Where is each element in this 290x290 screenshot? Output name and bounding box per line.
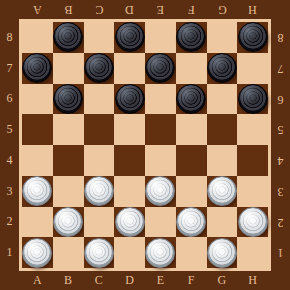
square-d2[interactable] [114, 207, 145, 238]
black-piece-f6[interactable] [176, 84, 206, 114]
file-label-d: D [114, 271, 145, 290]
square-a7[interactable] [22, 53, 53, 84]
square-d5 [114, 114, 145, 145]
rank-label-6: 6 [271, 84, 290, 115]
rank-label-2: 2 [0, 207, 19, 238]
square-a2 [22, 207, 53, 238]
white-piece-g1[interactable] [207, 238, 237, 268]
square-h8[interactable] [237, 22, 268, 53]
white-piece-c1[interactable] [84, 238, 114, 268]
rank-label-5: 5 [0, 114, 19, 145]
square-c6 [84, 84, 115, 115]
square-b1 [53, 237, 84, 268]
rank-label-3: 3 [271, 176, 290, 207]
square-e5[interactable] [145, 114, 176, 145]
black-piece-b6[interactable] [53, 84, 83, 114]
file-label-g: G [207, 271, 238, 290]
black-piece-f8[interactable] [176, 22, 206, 52]
square-e7[interactable] [145, 53, 176, 84]
square-g7[interactable] [207, 53, 238, 84]
square-a4 [22, 145, 53, 176]
square-b6[interactable] [53, 84, 84, 115]
square-f1 [176, 237, 207, 268]
rank-label-6: 6 [0, 84, 19, 115]
black-piece-d6[interactable] [115, 84, 145, 114]
square-d6[interactable] [114, 84, 145, 115]
square-b3 [53, 176, 84, 207]
square-h6[interactable] [237, 84, 268, 115]
file-label-d: D [114, 0, 145, 19]
file-label-b: B [53, 271, 84, 290]
black-piece-g7[interactable] [207, 53, 237, 83]
rank-label-4: 4 [271, 145, 290, 176]
square-e8 [145, 22, 176, 53]
white-piece-d2[interactable] [115, 207, 145, 237]
square-f6[interactable] [176, 84, 207, 115]
square-e6 [145, 84, 176, 115]
white-piece-a1[interactable] [22, 238, 52, 268]
white-piece-e3[interactable] [145, 176, 175, 206]
rank-label-2: 2 [271, 207, 290, 238]
black-piece-d8[interactable] [115, 22, 145, 52]
rank-label-7: 7 [271, 53, 290, 84]
square-f5 [176, 114, 207, 145]
rank-label-8: 8 [0, 22, 19, 53]
black-piece-h6[interactable] [238, 84, 268, 114]
white-piece-c3[interactable] [84, 176, 114, 206]
rank-label-7: 7 [0, 53, 19, 84]
square-a5[interactable] [22, 114, 53, 145]
square-f8[interactable] [176, 22, 207, 53]
file-label-e: E [145, 271, 176, 290]
square-g1[interactable] [207, 237, 238, 268]
white-piece-f2[interactable] [176, 207, 206, 237]
square-h1 [237, 237, 268, 268]
file-label-h: H [237, 0, 268, 19]
file-label-c: C [84, 0, 115, 19]
file-label-a: A [22, 0, 53, 19]
square-c5[interactable] [84, 114, 115, 145]
square-h2[interactable] [237, 207, 268, 238]
square-b2[interactable] [53, 207, 84, 238]
rank-label-8: 8 [271, 22, 290, 53]
square-d3 [114, 176, 145, 207]
square-b5 [53, 114, 84, 145]
file-label-e: E [145, 0, 176, 19]
square-c4 [84, 145, 115, 176]
square-c1[interactable] [84, 237, 115, 268]
file-labels-top: ABCDEFGH [22, 0, 268, 19]
square-c3[interactable] [84, 176, 115, 207]
square-d1 [114, 237, 145, 268]
rank-label-1: 1 [271, 237, 290, 268]
file-label-a: A [22, 271, 53, 290]
square-f7 [176, 53, 207, 84]
rank-labels-right: 87654321 [271, 22, 290, 268]
square-d8[interactable] [114, 22, 145, 53]
black-piece-c7[interactable] [84, 53, 114, 83]
file-label-f: F [176, 271, 207, 290]
square-g6 [207, 84, 238, 115]
file-labels-bottom: ABCDEFGH [22, 271, 268, 290]
white-piece-e1[interactable] [145, 238, 175, 268]
rank-label-1: 1 [0, 237, 19, 268]
file-label-h: H [237, 271, 268, 290]
square-e2 [145, 207, 176, 238]
square-f2[interactable] [176, 207, 207, 238]
board-grid [19, 19, 271, 271]
square-c8 [84, 22, 115, 53]
square-a6 [22, 84, 53, 115]
square-f4[interactable] [176, 145, 207, 176]
square-g8 [207, 22, 238, 53]
file-label-g: G [207, 0, 238, 19]
white-piece-h2[interactable] [238, 207, 268, 237]
file-label-b: B [53, 0, 84, 19]
square-b8[interactable] [53, 22, 84, 53]
file-label-f: F [176, 0, 207, 19]
square-c2 [84, 207, 115, 238]
square-c7[interactable] [84, 53, 115, 84]
black-piece-b8[interactable] [53, 22, 83, 52]
square-h3 [237, 176, 268, 207]
black-piece-h8[interactable] [238, 22, 268, 52]
white-piece-g3[interactable] [207, 176, 237, 206]
square-h7 [237, 53, 268, 84]
square-d4[interactable] [114, 145, 145, 176]
square-a1[interactable] [22, 237, 53, 268]
checkers-board: ABCDEFGH ABCDEFGH 87654321 87654321 [0, 0, 290, 290]
square-g2 [207, 207, 238, 238]
square-e3[interactable] [145, 176, 176, 207]
rank-labels-left: 87654321 [0, 22, 19, 268]
rank-label-3: 3 [0, 176, 19, 207]
square-b4[interactable] [53, 145, 84, 176]
square-e4 [145, 145, 176, 176]
black-piece-a7[interactable] [22, 53, 52, 83]
white-piece-a3[interactable] [22, 176, 52, 206]
rank-label-5: 5 [271, 114, 290, 145]
square-d7 [114, 53, 145, 84]
square-g5[interactable] [207, 114, 238, 145]
square-h5 [237, 114, 268, 145]
square-b7 [53, 53, 84, 84]
square-a3[interactable] [22, 176, 53, 207]
square-f3 [176, 176, 207, 207]
square-e1[interactable] [145, 237, 176, 268]
rank-label-4: 4 [0, 145, 19, 176]
square-g3[interactable] [207, 176, 238, 207]
white-piece-b2[interactable] [53, 207, 83, 237]
square-g4 [207, 145, 238, 176]
square-h4[interactable] [237, 145, 268, 176]
file-label-c: C [84, 271, 115, 290]
black-piece-e7[interactable] [145, 53, 175, 83]
square-a8 [22, 22, 53, 53]
